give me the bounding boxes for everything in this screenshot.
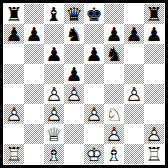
square-f3[interactable]: ♞♘ [104,104,124,124]
square-b1[interactable] [24,144,44,164]
white-bishop: ♝♗ [104,144,124,164]
square-g1[interactable] [124,144,144,164]
chessboard: ♜♝♛♚♜♟♟♞♟♟♟♟♟♞♟♟♙♟♙♟♙♟♙♟♙♟♙♞♘♛♕♟♙♟♙♜♖♝♗♚… [4,4,164,164]
square-h6[interactable] [144,44,164,64]
square-d7[interactable]: ♞ [64,24,84,44]
black-pawn: ♟ [84,44,104,64]
white-bishop-glyph: ♗ [45,144,62,164]
square-e7[interactable] [84,24,104,44]
white-queen-glyph: ♕ [45,124,62,144]
black-pawn: ♟ [4,24,24,44]
square-g3[interactable] [124,104,144,124]
white-bishop: ♝♗ [44,144,64,164]
black-pawn: ♟ [24,24,44,44]
square-d1[interactable] [64,144,84,164]
square-d4[interactable]: ♟♙ [64,84,84,104]
black-rook: ♜ [144,4,164,24]
square-f6[interactable]: ♞ [104,44,124,64]
white-knight: ♞♘ [104,104,124,124]
black-pawn: ♟ [44,44,64,64]
black-pawn: ♟ [124,24,144,44]
black-pawn-glyph: ♟ [85,44,102,64]
square-f5[interactable] [104,64,124,84]
square-g7[interactable]: ♟ [124,24,144,44]
black-bishop-glyph: ♝ [45,4,62,24]
white-pawn-glyph: ♙ [45,104,62,124]
black-pawn: ♟ [104,24,124,44]
square-a5[interactable] [4,64,24,84]
black-queen-glyph: ♛ [65,4,82,24]
square-d3[interactable] [64,104,84,124]
square-d2[interactable] [64,124,84,144]
white-pawn-glyph: ♙ [85,104,102,124]
white-pawn-glyph: ♙ [5,104,22,124]
square-e6[interactable]: ♟ [84,44,104,64]
black-queen: ♛ [64,4,84,24]
square-b4[interactable] [24,84,44,104]
square-g8[interactable] [124,4,144,24]
square-b3[interactable] [24,104,44,124]
black-pawn-glyph: ♟ [25,24,42,44]
square-e4[interactable] [84,84,104,104]
square-b6[interactable] [24,44,44,64]
white-pawn-glyph: ♙ [45,84,62,104]
square-b2[interactable] [24,124,44,144]
square-c5[interactable] [44,64,64,84]
white-pawn-glyph: ♙ [145,124,162,144]
white-rook: ♜♖ [4,144,24,164]
square-a4[interactable] [4,84,24,104]
black-pawn-glyph: ♟ [105,24,122,44]
square-h5[interactable] [144,64,164,84]
square-e8[interactable]: ♚ [84,4,104,24]
white-pawn: ♟♙ [4,104,24,124]
black-king-glyph: ♚ [85,4,102,24]
square-h1[interactable]: ♜♖ [144,144,164,164]
square-d8[interactable]: ♛ [64,4,84,24]
square-e1[interactable]: ♚♔ [84,144,104,164]
square-f4[interactable] [104,84,124,104]
black-knight-glyph: ♞ [65,24,82,44]
chess-diagram-frame: ♜♝♛♚♜♟♟♞♟♟♟♟♟♞♟♟♙♟♙♟♙♟♙♟♙♟♙♞♘♛♕♟♙♟♙♜♖♝♗♚… [0,0,168,168]
black-pawn: ♟ [144,24,164,44]
square-a2[interactable] [4,124,24,144]
square-h4[interactable] [144,84,164,104]
white-queen: ♛♕ [44,124,64,144]
square-f7[interactable]: ♟ [104,24,124,44]
square-c8[interactable]: ♝ [44,4,64,24]
white-rook-glyph: ♖ [145,144,162,164]
white-pawn: ♟♙ [44,104,64,124]
square-e3[interactable]: ♟♙ [84,104,104,124]
black-pawn-glyph: ♟ [125,24,142,44]
black-rook-glyph: ♜ [145,4,162,24]
square-c6[interactable]: ♟ [44,44,64,64]
square-a3[interactable]: ♟♙ [4,104,24,124]
black-knight: ♞ [104,44,124,64]
square-b7[interactable]: ♟ [24,24,44,44]
square-h2[interactable]: ♟♙ [144,124,164,144]
white-knight-glyph: ♘ [105,104,122,124]
white-pawn-glyph: ♙ [65,84,82,104]
square-g4[interactable]: ♟♙ [124,84,144,104]
white-pawn: ♟♙ [84,104,104,124]
white-king-glyph: ♔ [85,144,102,164]
square-a1[interactable]: ♜♖ [4,144,24,164]
square-a7[interactable]: ♟ [4,24,24,44]
black-knight: ♞ [64,24,84,44]
black-pawn-glyph: ♟ [65,64,82,84]
white-rook: ♜♖ [144,144,164,164]
square-c3[interactable]: ♟♙ [44,104,64,124]
square-e5[interactable] [84,64,104,84]
white-pawn: ♟♙ [44,84,64,104]
square-g5[interactable] [124,64,144,84]
black-bishop: ♝ [44,4,64,24]
square-e2[interactable] [84,124,104,144]
square-h7[interactable]: ♟ [144,24,164,44]
black-pawn-glyph: ♟ [45,44,62,64]
white-pawn: ♟♙ [144,124,164,144]
black-pawn-glyph: ♟ [5,24,22,44]
black-king: ♚ [84,4,104,24]
white-bishop-glyph: ♗ [105,144,122,164]
white-pawn-glyph: ♙ [125,84,142,104]
white-pawn: ♟♙ [104,124,124,144]
square-d5[interactable]: ♟ [64,64,84,84]
black-pawn: ♟ [64,64,84,84]
black-pawn-glyph: ♟ [145,24,162,44]
square-c7[interactable] [44,24,64,44]
square-h8[interactable]: ♜ [144,4,164,24]
black-rook: ♜ [4,4,24,24]
square-c2[interactable]: ♛♕ [44,124,64,144]
square-g6[interactable] [124,44,144,64]
white-pawn-glyph: ♙ [105,124,122,144]
square-f8[interactable] [104,4,124,24]
square-f1[interactable]: ♝♗ [104,144,124,164]
white-king: ♚♔ [84,144,104,164]
square-a6[interactable] [4,44,24,64]
white-rook-glyph: ♖ [5,144,22,164]
square-a8[interactable]: ♜ [4,4,24,24]
square-f2[interactable]: ♟♙ [104,124,124,144]
white-pawn: ♟♙ [64,84,84,104]
square-d6[interactable] [64,44,84,64]
black-knight-glyph: ♞ [105,44,122,64]
square-c1[interactable]: ♝♗ [44,144,64,164]
white-pawn: ♟♙ [124,84,144,104]
square-c4[interactable]: ♟♙ [44,84,64,104]
square-b8[interactable] [24,4,44,24]
black-rook-glyph: ♜ [5,4,22,24]
square-g2[interactable] [124,124,144,144]
square-b5[interactable] [24,64,44,84]
square-h3[interactable] [144,104,164,124]
